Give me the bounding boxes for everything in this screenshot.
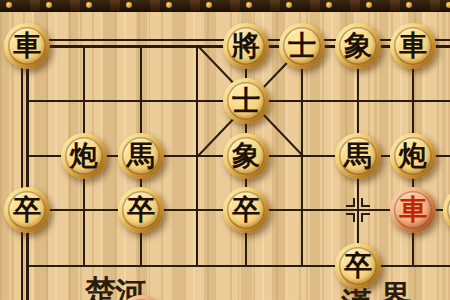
piece-character: 卒 xyxy=(344,252,372,280)
piece-black-general[interactable]: 將 xyxy=(223,23,269,69)
piece-black-chariot-left[interactable]: 車 xyxy=(4,23,50,69)
piece-black-soldier-3[interactable]: 卒 xyxy=(223,187,269,233)
piece-red-chariot[interactable]: 車 xyxy=(390,187,436,233)
rank-line-4 xyxy=(26,265,450,267)
gold-stud-icon xyxy=(326,2,332,8)
piece-black-soldier-5-partial[interactable]: 卒 xyxy=(443,187,450,233)
border-inner-left xyxy=(26,45,29,300)
piece-black-horse-left[interactable]: 馬 xyxy=(118,133,164,179)
piece-black-elephant-right[interactable]: 象 xyxy=(335,23,381,69)
piece-black-soldier-4[interactable]: 卒 xyxy=(335,243,381,289)
piece-character: 象 xyxy=(232,142,260,170)
piece-character: 馬 xyxy=(344,142,372,170)
piece-black-cannon-right[interactable]: 炮 xyxy=(390,133,436,179)
piece-black-advisor-center[interactable]: 士 xyxy=(223,78,269,124)
river-label-chu: 楚 xyxy=(85,276,116,300)
gold-stud-icon xyxy=(406,2,412,8)
piece-black-horse-right[interactable]: 馬 xyxy=(335,133,381,179)
piece-black-cannon-left[interactable]: 炮 xyxy=(61,133,107,179)
gold-stud-icon xyxy=(206,2,212,8)
gold-stud-icon xyxy=(366,2,372,8)
piece-black-soldier-1[interactable]: 卒 xyxy=(4,187,50,233)
piece-black-soldier-2[interactable]: 卒 xyxy=(118,187,164,233)
piece-character: 車 xyxy=(399,32,427,60)
gold-stud-icon xyxy=(166,2,172,8)
piece-character: 卒 xyxy=(13,196,41,224)
piece-character: 卒 xyxy=(127,196,155,224)
piece-character: 象 xyxy=(344,32,372,60)
piece-black-elephant-center[interactable]: 象 xyxy=(223,133,269,179)
piece-character: 卒 xyxy=(232,196,260,224)
piece-black-chariot-right[interactable]: 車 xyxy=(390,23,436,69)
xiangqi-board[interactable]: 楚 河 漢 界 車將士象車士炮馬象馬炮卒卒卒車卒卒 xyxy=(0,0,450,300)
gold-stud-icon xyxy=(286,2,292,8)
gold-stud-icon xyxy=(46,2,52,8)
piece-character: 車 xyxy=(13,32,41,60)
piece-character: 將 xyxy=(232,32,260,60)
gold-stud-icon xyxy=(446,2,450,8)
piece-character: 馬 xyxy=(127,142,155,170)
border-outer-left xyxy=(21,39,23,300)
gold-stud-icon xyxy=(246,2,252,8)
gold-stud-icon xyxy=(6,2,12,8)
wooden-rail xyxy=(0,0,450,12)
gold-stud-icon xyxy=(126,2,132,8)
piece-character: 炮 xyxy=(399,142,427,170)
piece-character: 炮 xyxy=(70,142,98,170)
piece-character: 士 xyxy=(232,87,260,115)
river-label-han: 漢 xyxy=(341,288,372,300)
piece-character: 士 xyxy=(288,32,316,60)
piece-black-advisor-right[interactable]: 士 xyxy=(279,23,325,69)
river-label-jie: 界 xyxy=(380,281,411,300)
piece-character: 車 xyxy=(399,196,427,224)
gold-stud-icon xyxy=(86,2,92,8)
